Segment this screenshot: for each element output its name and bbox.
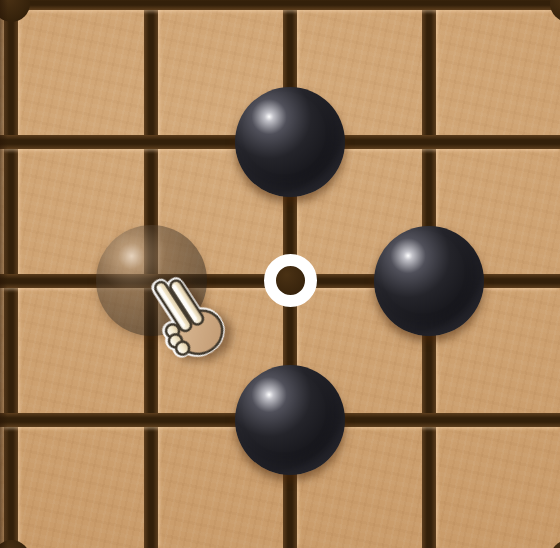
black-stone-E6 [235, 87, 345, 197]
star-point [0, 540, 30, 548]
circle-marker-E5 [264, 254, 317, 307]
go-board[interactable] [0, 0, 560, 548]
star-point [550, 0, 560, 22]
black-stone-F5 [374, 226, 484, 336]
star-point [0, 0, 30, 22]
black-stone-E4 [235, 365, 345, 475]
star-point [550, 540, 560, 548]
grid-horizontal-line-7 [0, 0, 560, 10]
